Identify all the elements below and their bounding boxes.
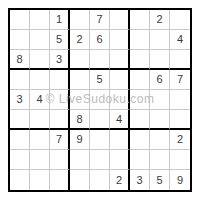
given-digit: 2 [76,34,82,45]
sudoku-cell-r6c6[interactable]: 4 [110,110,130,130]
sudoku-cell-r3c4[interactable] [70,50,90,70]
sudoku-cell-r2c5[interactable]: 6 [90,30,110,50]
sudoku-cell-r3c9[interactable] [170,50,190,70]
sudoku-cell-r4c1[interactable] [10,70,30,90]
sudoku-cell-r7c7[interactable] [130,130,150,150]
given-digit: 2 [116,175,122,186]
sudoku-cell-r6c8[interactable] [150,110,170,130]
sudoku-cell-r6c9[interactable] [170,110,190,130]
sudoku-cell-r1c7[interactable] [130,10,150,30]
sudoku-cell-r2c4[interactable]: 2 [70,30,90,50]
sudoku-cell-r4c5[interactable]: 5 [90,70,110,90]
sudoku-cell-r3c3[interactable]: 3 [50,50,70,70]
given-digit: 5 [56,34,62,45]
sudoku-cell-r5c5[interactable] [90,90,110,110]
sudoku-cell-r4c6[interactable] [110,70,130,90]
sudoku-cell-r5c6[interactable] [110,90,130,110]
given-digit: 9 [76,134,82,145]
sudoku-cell-r8c3[interactable] [50,150,70,170]
sudoku-cell-r2c8[interactable] [150,30,170,50]
sudoku-cell-r3c2[interactable] [30,50,50,70]
sudoku-cell-r7c3[interactable]: 7 [50,130,70,150]
sudoku-cell-r7c9[interactable]: 2 [170,130,190,150]
sudoku-cell-r4c9[interactable]: 7 [170,70,190,90]
sudoku-cell-r9c2[interactable] [30,170,50,190]
sudoku-board: 17252648356734847922359 [8,8,192,192]
sudoku-cell-r1c3[interactable]: 1 [50,10,70,30]
sudoku-page: 17252648356734847922359 © LiveSudoku.com [0,0,200,200]
given-digit: 2 [156,14,162,25]
sudoku-cell-r1c1[interactable] [10,10,30,30]
sudoku-cell-r4c2[interactable] [30,70,50,90]
sudoku-cell-r7c4[interactable]: 9 [70,130,90,150]
given-digit: 1 [56,14,62,25]
sudoku-cell-r1c6[interactable] [110,10,130,30]
sudoku-cell-r3c5[interactable] [90,50,110,70]
sudoku-cell-r4c4[interactable] [70,70,90,90]
sudoku-cell-r7c5[interactable] [90,130,110,150]
given-digit: 7 [177,74,183,85]
given-digit: 3 [136,175,142,186]
given-digit: 5 [156,175,162,186]
sudoku-cell-r4c3[interactable] [50,70,70,90]
sudoku-cell-r7c2[interactable] [30,130,50,150]
sudoku-cell-r5c2[interactable]: 4 [30,90,50,110]
sudoku-cell-r6c5[interactable] [90,110,110,130]
sudoku-cell-r8c9[interactable] [170,150,190,170]
given-digit: 2 [177,134,183,145]
sudoku-cell-r9c9[interactable]: 9 [170,170,190,190]
sudoku-cell-r8c2[interactable] [30,150,50,170]
sudoku-cell-r8c7[interactable] [130,150,150,170]
sudoku-cell-r6c3[interactable] [50,110,70,130]
sudoku-cell-r9c7[interactable]: 3 [130,170,150,190]
sudoku-cell-r1c8[interactable]: 2 [150,10,170,30]
sudoku-cell-r9c5[interactable] [90,170,110,190]
given-digit: 3 [16,94,22,105]
sudoku-cell-r2c7[interactable] [130,30,150,50]
sudoku-cell-r1c5[interactable]: 7 [90,10,110,30]
sudoku-cell-r8c1[interactable] [10,150,30,170]
sudoku-cell-r9c8[interactable]: 5 [150,170,170,190]
sudoku-cell-r7c8[interactable] [150,130,170,150]
sudoku-cell-r1c2[interactable] [30,10,50,30]
sudoku-cell-r2c3[interactable]: 5 [50,30,70,50]
sudoku-cell-r9c6[interactable]: 2 [110,170,130,190]
sudoku-cell-r8c6[interactable] [110,150,130,170]
sudoku-cell-r5c9[interactable] [170,90,190,110]
sudoku-cell-r4c7[interactable] [130,70,150,90]
sudoku-cell-r5c3[interactable] [50,90,70,110]
sudoku-cell-r8c5[interactable] [90,150,110,170]
sudoku-cell-r9c3[interactable] [50,170,70,190]
sudoku-cell-r2c1[interactable] [10,30,30,50]
sudoku-cell-r8c8[interactable] [150,150,170,170]
sudoku-cell-r2c9[interactable]: 4 [170,30,190,50]
given-digit: 3 [56,54,62,65]
given-digit: 6 [156,74,162,85]
sudoku-cell-r5c1[interactable]: 3 [10,90,30,110]
given-digit: 7 [56,134,62,145]
sudoku-cell-r3c1[interactable]: 8 [10,50,30,70]
given-digit: 7 [96,14,102,25]
sudoku-cell-r6c1[interactable] [10,110,30,130]
sudoku-cell-r4c8[interactable]: 6 [150,70,170,90]
sudoku-cell-r8c4[interactable] [70,150,90,170]
sudoku-cell-r5c7[interactable] [130,90,150,110]
sudoku-cell-r6c4[interactable]: 8 [70,110,90,130]
given-digit: 6 [96,34,102,45]
sudoku-cell-r2c6[interactable] [110,30,130,50]
sudoku-cell-r2c2[interactable] [30,30,50,50]
sudoku-cell-r6c2[interactable] [30,110,50,130]
sudoku-cell-r9c4[interactable] [70,170,90,190]
sudoku-cell-r5c4[interactable] [70,90,90,110]
sudoku-cell-r1c4[interactable] [70,10,90,30]
sudoku-cell-r3c8[interactable] [150,50,170,70]
given-digit: 8 [16,54,22,65]
sudoku-cell-r7c6[interactable] [110,130,130,150]
given-digit: 8 [76,114,82,125]
sudoku-cell-r3c7[interactable] [130,50,150,70]
sudoku-cell-r1c9[interactable] [170,10,190,30]
sudoku-cell-r3c6[interactable] [110,50,130,70]
given-digit: 4 [177,34,183,45]
sudoku-cell-r7c1[interactable] [10,130,30,150]
given-digit: 4 [116,114,122,125]
given-digit: 9 [177,175,183,186]
sudoku-cell-r6c7[interactable] [130,110,150,130]
given-digit: 5 [96,74,102,85]
sudoku-cell-r9c1[interactable] [10,170,30,190]
given-digit: 4 [36,94,42,105]
sudoku-cell-r5c8[interactable] [150,90,170,110]
